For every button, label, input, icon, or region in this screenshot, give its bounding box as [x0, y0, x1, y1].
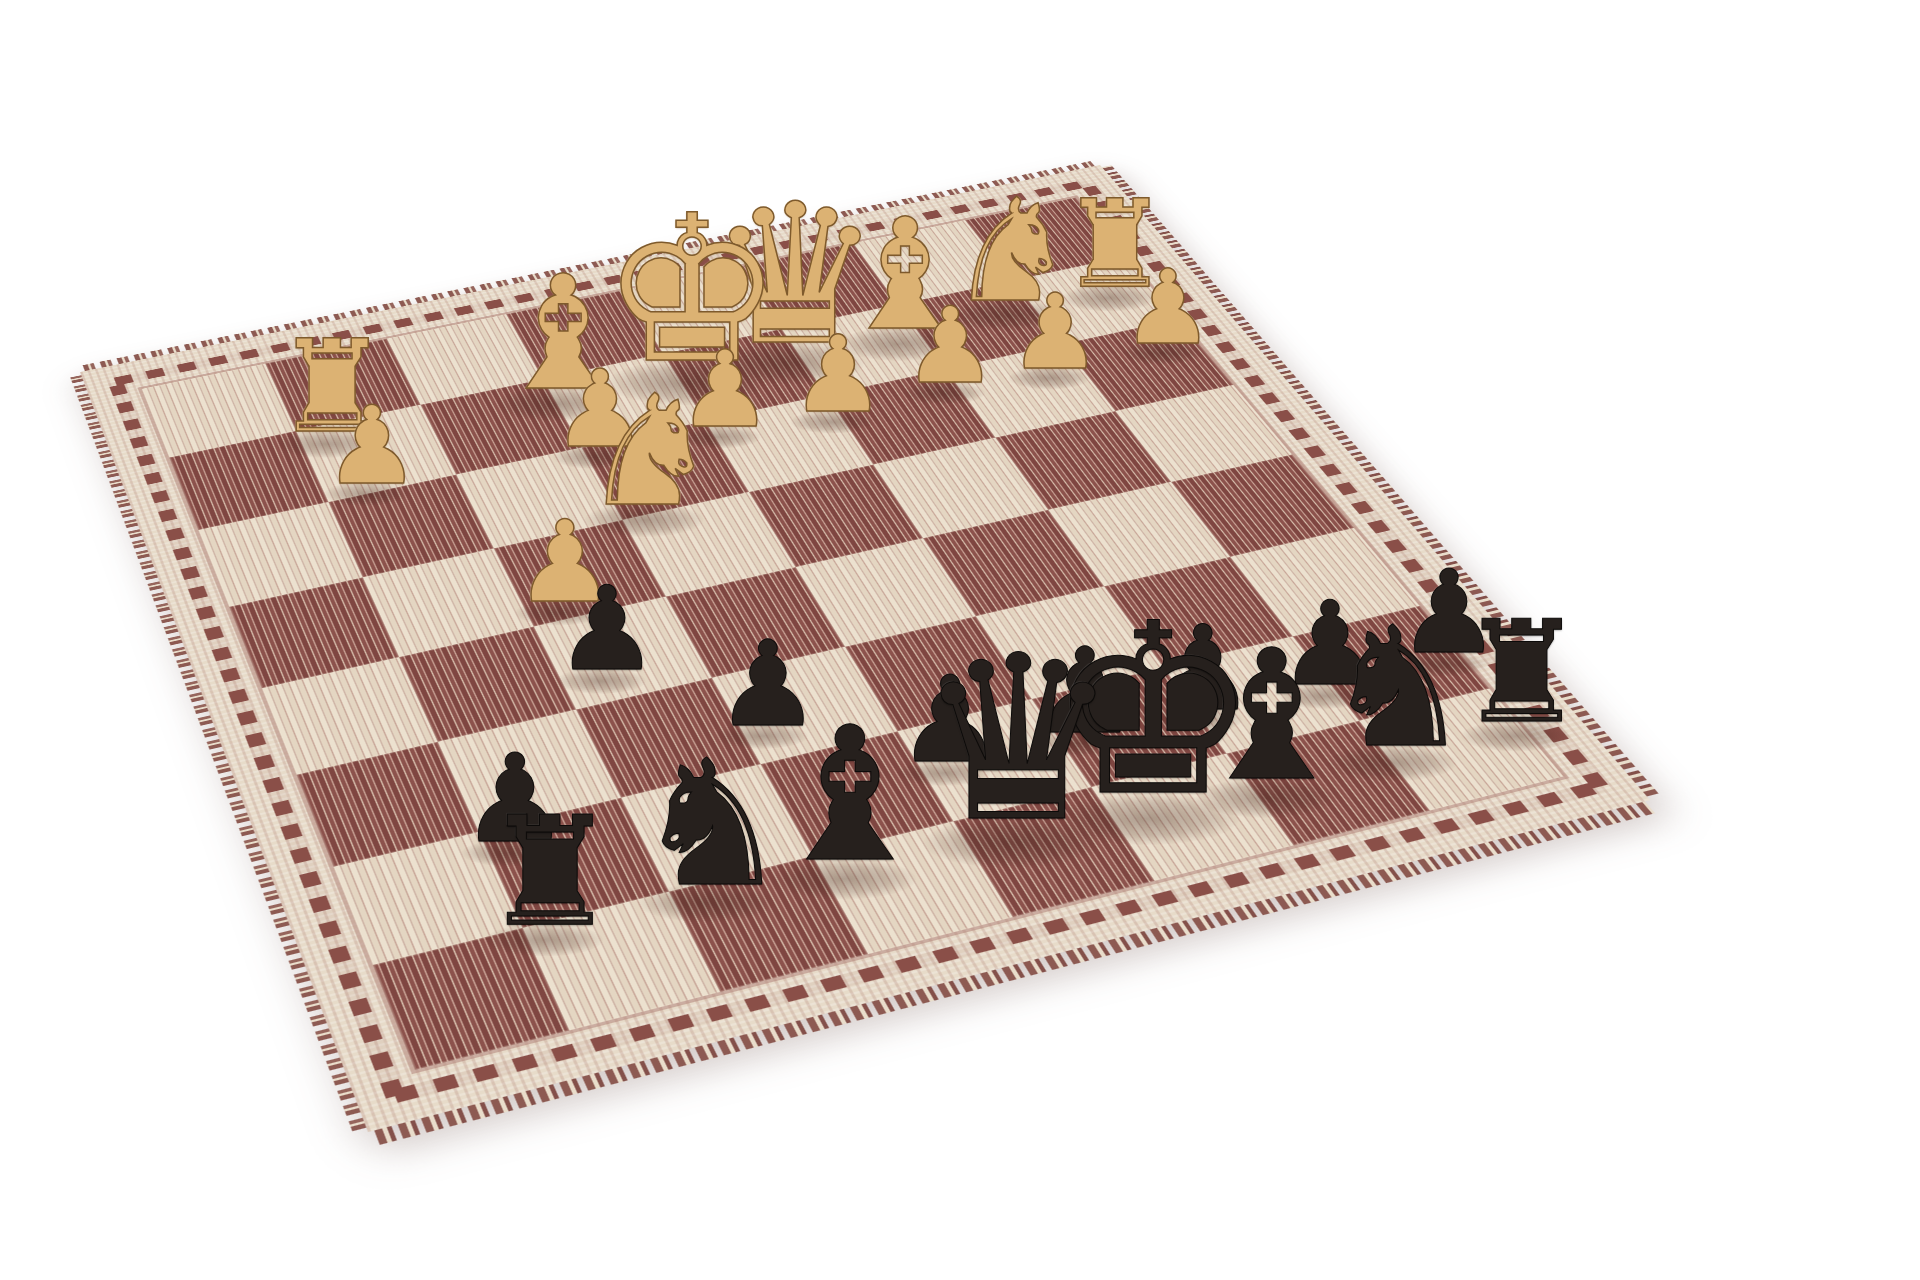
photo-canvas: ♜♝♚♛♝♞♜♟♟♟♟♟♟♟♞♟♟♟♟♟♟♟♟♟♜♞♝♛♚♝♞♜: [0, 0, 1920, 1280]
woven-chessboard-mat: [80, 165, 1650, 1132]
